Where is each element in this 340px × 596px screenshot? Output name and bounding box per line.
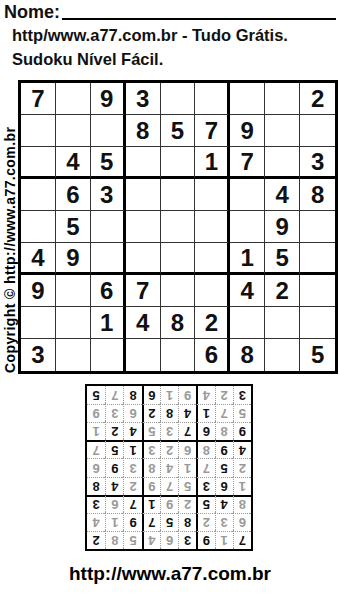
solution-cell-r1c6: 4 [142, 531, 160, 549]
solution-cell-r5c4: 1 [178, 458, 196, 476]
copyright-vertical-text: Copyright © http://www.a77.com.br [2, 127, 18, 373]
solution-cell-r2c9: 4 [87, 513, 105, 531]
solution-cell-r4c4: 5 [178, 477, 196, 495]
solution-cell-r7c6: 5 [142, 422, 160, 440]
cell-r7c9[interactable] [300, 275, 335, 307]
solution-cell-r5c1: 2 [233, 458, 251, 476]
cell-r3c8[interactable] [265, 147, 300, 179]
solution-cell-r4c7: 2 [123, 477, 141, 495]
cell-r4c5[interactable] [161, 179, 196, 211]
cell-r8c9[interactable] [300, 307, 335, 339]
solution-cell-r1c7: 5 [123, 531, 141, 549]
cell-r5c4[interactable] [126, 211, 161, 243]
cell-r3c3[interactable]: 5 [91, 147, 126, 179]
page: Nome: http/www.a77.com.br - Tudo Grátis.… [0, 0, 340, 596]
cell-r4c3[interactable]: 3 [91, 179, 126, 211]
solution-cell-r2c8: 1 [105, 513, 123, 531]
cell-r8c8[interactable] [265, 307, 300, 339]
cell-r6c6[interactable] [195, 243, 230, 275]
name-label: Nome: [4, 2, 60, 22]
cell-r4c9[interactable]: 8 [300, 179, 335, 211]
solution-cell-r4c8: 4 [105, 477, 123, 495]
solution-cell-r8c6: 2 [142, 404, 160, 422]
cell-r5c5[interactable] [161, 211, 196, 243]
solution-cell-r6c7: 1 [123, 440, 141, 458]
solution-cell-r1c3: 9 [196, 531, 214, 549]
cell-r4c6[interactable] [195, 179, 230, 211]
cell-r2c7[interactable]: 9 [230, 115, 265, 147]
solution-cell-r5c3: 7 [196, 458, 214, 476]
solution-grid-rotated: 7193645826328579148452917631635792482571… [85, 384, 253, 551]
solution-cell-r7c4: 7 [178, 422, 196, 440]
footer-url: http://www.a77.com.br [0, 563, 340, 585]
solution-cell-r3c9: 3 [87, 495, 105, 513]
cell-r3c5[interactable] [161, 147, 196, 179]
solution-cell-r9c6: 6 [142, 386, 160, 404]
main-sudoku-grid: 793285794517363485949159674214823685 [18, 80, 338, 374]
solution-cell-r2c6: 7 [142, 513, 160, 531]
cell-r3c1[interactable] [21, 147, 56, 179]
cell-r2c6[interactable]: 7 [195, 115, 230, 147]
cell-r6c1[interactable]: 4 [21, 243, 56, 275]
cell-r7c3[interactable]: 6 [91, 275, 126, 307]
solution-cell-r8c8: 3 [105, 404, 123, 422]
cell-r9c9[interactable]: 5 [300, 339, 335, 371]
cell-r3c6[interactable]: 1 [195, 147, 230, 179]
solution-cell-r1c4: 3 [178, 531, 196, 549]
solution-cell-r9c9: 5 [87, 386, 105, 404]
cell-r1c5[interactable] [161, 83, 196, 115]
solution-cell-r2c1: 6 [233, 513, 251, 531]
solution-cell-r8c1: 5 [233, 404, 251, 422]
solution-cell-r7c8: 2 [105, 422, 123, 440]
cell-r1c7[interactable] [230, 83, 265, 115]
cell-r1c6[interactable] [195, 83, 230, 115]
cell-r1c4[interactable]: 3 [126, 83, 161, 115]
solution-cell-r3c2: 4 [215, 495, 233, 513]
level-title: Sudoku Nível Fácil. [12, 50, 163, 69]
solution-cell-r5c5: 4 [160, 458, 178, 476]
solution-cell-r1c9: 2 [87, 531, 105, 549]
solution-cell-r5c7: 3 [123, 458, 141, 476]
cell-r9c7[interactable]: 8 [230, 339, 265, 371]
solution-cell-r7c9: 1 [87, 422, 105, 440]
cell-r5c2[interactable]: 5 [56, 211, 91, 243]
cell-r8c4[interactable]: 4 [126, 307, 161, 339]
solution-cell-r4c1: 1 [233, 477, 251, 495]
cell-r1c1[interactable]: 7 [21, 83, 56, 115]
cell-r4c7[interactable] [230, 179, 265, 211]
cell-r8c5[interactable]: 8 [161, 307, 196, 339]
cell-r4c1[interactable] [21, 179, 56, 211]
cell-r5c9[interactable] [300, 211, 335, 243]
cell-r2c4[interactable]: 8 [126, 115, 161, 147]
cell-r2c3[interactable] [91, 115, 126, 147]
solution-cell-r4c6: 9 [142, 477, 160, 495]
solution-cell-r9c8: 7 [105, 386, 123, 404]
solution-cell-r8c7: 6 [123, 404, 141, 422]
cell-r9c2[interactable] [56, 339, 91, 371]
cell-r9c6[interactable]: 6 [195, 339, 230, 371]
solution-cell-r1c8: 8 [105, 531, 123, 549]
solution-cell-r9c3: 4 [196, 386, 214, 404]
solution-cell-r7c1: 9 [233, 422, 251, 440]
solution-cell-r1c1: 7 [233, 531, 251, 549]
cell-r2c1[interactable] [21, 115, 56, 147]
cell-r5c8[interactable]: 9 [265, 211, 300, 243]
cell-r1c2[interactable] [56, 83, 91, 115]
cell-r8c7[interactable] [230, 307, 265, 339]
cell-r1c9[interactable]: 2 [300, 83, 335, 115]
solution-cell-r3c8: 6 [105, 495, 123, 513]
solution-cell-r4c5: 7 [160, 477, 178, 495]
cell-r2c8[interactable] [265, 115, 300, 147]
solution-cell-r8c2: 7 [215, 404, 233, 422]
name-underline [62, 17, 336, 20]
solution-cell-r3c4: 2 [178, 495, 196, 513]
cell-r6c4[interactable] [126, 243, 161, 275]
cell-r2c9[interactable] [300, 115, 335, 147]
cell-r6c7[interactable]: 1 [230, 243, 265, 275]
solution-cell-r3c6: 1 [142, 495, 160, 513]
solution-cell-r9c7: 8 [123, 386, 141, 404]
cell-r3c4[interactable] [126, 147, 161, 179]
cell-r2c2[interactable] [56, 115, 91, 147]
cell-r6c5[interactable] [161, 243, 196, 275]
solution-cell-r8c3: 1 [196, 404, 214, 422]
solution-cell-r8c4: 4 [178, 404, 196, 422]
solution-cell-r8c9: 9 [87, 404, 105, 422]
cell-r6c8[interactable]: 5 [265, 243, 300, 275]
cell-r3c9[interactable]: 3 [300, 147, 335, 179]
solution-cell-r8c5: 8 [160, 404, 178, 422]
site-title: http/www.a77.com.br - Tudo Grátis. [12, 26, 288, 45]
cell-r6c2[interactable]: 9 [56, 243, 91, 275]
solution-cell-r1c5: 6 [160, 531, 178, 549]
solution-cell-r3c5: 9 [160, 495, 178, 513]
cell-r9c1[interactable]: 3 [21, 339, 56, 371]
cell-r9c8[interactable] [265, 339, 300, 371]
solution-cell-r7c7: 4 [123, 422, 141, 440]
cell-r8c2[interactable] [56, 307, 91, 339]
name-row: Nome: [4, 2, 336, 22]
solution-cell-r2c3: 2 [196, 513, 214, 531]
solution-cell-r7c2: 8 [215, 422, 233, 440]
solution-cell-r5c2: 5 [215, 458, 233, 476]
solution-cell-r6c9: 7 [87, 440, 105, 458]
cell-r5c1[interactable] [21, 211, 56, 243]
cell-r7c8[interactable]: 2 [265, 275, 300, 307]
cell-r3c2[interactable]: 4 [56, 147, 91, 179]
cell-r4c2[interactable]: 6 [56, 179, 91, 211]
solution-cell-r7c3: 6 [196, 422, 214, 440]
cell-r8c6[interactable]: 2 [195, 307, 230, 339]
cell-r9c4[interactable] [126, 339, 161, 371]
solution-cell-r5c6: 8 [142, 458, 160, 476]
solution-cell-r6c1: 4 [233, 440, 251, 458]
cell-r3c7[interactable]: 7 [230, 147, 265, 179]
solution-cell-r2c2: 3 [215, 513, 233, 531]
cell-r2c5[interactable]: 5 [161, 115, 196, 147]
solution-cell-r6c3: 8 [196, 440, 214, 458]
cell-r8c3[interactable]: 1 [91, 307, 126, 339]
cell-r1c3[interactable]: 9 [91, 83, 126, 115]
solution-cell-r2c5: 5 [160, 513, 178, 531]
cell-r5c7[interactable] [230, 211, 265, 243]
cell-r7c6[interactable] [195, 275, 230, 307]
solution-cell-r4c9: 8 [87, 477, 105, 495]
cell-r1c8[interactable] [265, 83, 300, 115]
cell-r4c8[interactable]: 4 [265, 179, 300, 211]
solution-cell-r6c8: 5 [105, 440, 123, 458]
solution-cell-r4c3: 3 [196, 477, 214, 495]
solution-cell-r3c1: 8 [233, 495, 251, 513]
cell-r4c4[interactable] [126, 179, 161, 211]
cell-r8c1[interactable] [21, 307, 56, 339]
solution-cell-r3c3: 5 [196, 495, 214, 513]
solution-cell-r6c5: 2 [160, 440, 178, 458]
cell-r6c3[interactable] [91, 243, 126, 275]
cell-r9c5[interactable] [161, 339, 196, 371]
solution-cell-r9c1: 3 [233, 386, 251, 404]
cell-r7c2[interactable] [56, 275, 91, 307]
cell-r7c5[interactable] [161, 275, 196, 307]
cell-r7c4[interactable]: 7 [126, 275, 161, 307]
solution-cell-r5c9: 6 [87, 458, 105, 476]
solution-cell-r6c4: 6 [178, 440, 196, 458]
solution-cell-r9c2: 2 [215, 386, 233, 404]
cell-r7c7[interactable]: 4 [230, 275, 265, 307]
cell-r6c9[interactable] [300, 243, 335, 275]
solution-cell-r9c5: 1 [160, 386, 178, 404]
solution-cell-r1c2: 1 [215, 531, 233, 549]
solution-cell-r6c6: 3 [142, 440, 160, 458]
solution-cell-r2c4: 8 [178, 513, 196, 531]
solution-cell-r3c7: 7 [123, 495, 141, 513]
solution-cell-r7c5: 3 [160, 422, 178, 440]
cell-r5c6[interactable] [195, 211, 230, 243]
solution-cell-r6c2: 9 [215, 440, 233, 458]
cell-r5c3[interactable] [91, 211, 126, 243]
cell-r9c3[interactable] [91, 339, 126, 371]
solution-cell-r9c4: 9 [178, 386, 196, 404]
solution-cell-r4c2: 6 [215, 477, 233, 495]
solution-cell-r5c8: 9 [105, 458, 123, 476]
solution-cell-r2c7: 9 [123, 513, 141, 531]
cell-r7c1[interactable]: 9 [21, 275, 56, 307]
